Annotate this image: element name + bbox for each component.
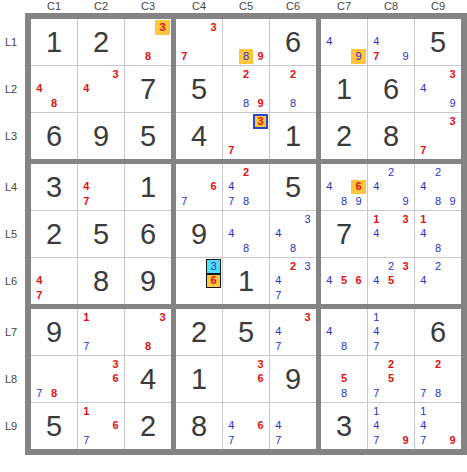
given-digit: 3 xyxy=(321,403,367,449)
cell-L9C9[interactable]: 1479 xyxy=(415,403,461,449)
cell-L8C8[interactable]: 257 xyxy=(368,356,414,402)
cell-L3C8[interactable]: 8 xyxy=(368,113,414,159)
sudoku-board: 1238483476953789652892843714947951634928… xyxy=(25,13,467,455)
candidate-4[interactable]: 4 xyxy=(79,82,94,97)
candidate-7[interactable]: 7 xyxy=(79,194,94,209)
cell-L4C7[interactable]: 4689 xyxy=(321,164,367,210)
cell-L3C1[interactable]: 6 xyxy=(31,113,77,159)
box-1-3: 494795163492837 xyxy=(321,19,461,159)
candidate-5[interactable]: 5 xyxy=(337,274,352,289)
candidate-grid: 36 xyxy=(223,356,269,402)
cell-L2C3[interactable]: 7 xyxy=(125,66,171,112)
candidate-6[interactable]: 6 xyxy=(206,274,221,289)
candidate-9[interactable]: 9 xyxy=(253,49,268,64)
given-digit: 1 xyxy=(31,19,77,65)
candidate-4[interactable]: 4 xyxy=(224,180,239,195)
row-label-L2: L2 xyxy=(5,83,17,95)
candidate-grid: 47 xyxy=(31,258,77,304)
given-digit: 1 xyxy=(321,66,367,112)
candidate-4[interactable]: 4 xyxy=(271,325,286,340)
candidate-grid: 67 xyxy=(176,164,222,210)
candidate-4[interactable]: 4 xyxy=(416,419,431,434)
given-digit: 5 xyxy=(415,19,461,65)
cell-L9C8[interactable]: 1479 xyxy=(368,403,414,449)
cell-L7C8[interactable]: 147 xyxy=(368,309,414,355)
cell-L1C8[interactable]: 479 xyxy=(368,19,414,65)
candidate-8[interactable]: 8 xyxy=(47,96,62,111)
cell-L2C2[interactable]: 34 xyxy=(78,66,124,112)
candidate-7[interactable]: 7 xyxy=(32,386,47,401)
candidate-grid: 249 xyxy=(368,164,414,210)
cell-L6C5[interactable]: 1 xyxy=(223,258,269,304)
candidate-2[interactable]: 2 xyxy=(384,165,399,180)
col-label-C5: C5 xyxy=(239,0,253,12)
candidate-grid: 289 xyxy=(223,66,269,112)
candidate-grid: 34 xyxy=(78,66,124,112)
given-digit: 6 xyxy=(368,66,414,112)
candidate-9[interactable]: 9 xyxy=(445,96,460,111)
candidate-9[interactable]: 9 xyxy=(445,433,460,448)
cell-L4C2[interactable]: 47 xyxy=(78,164,124,210)
candidate-5[interactable]: 5 xyxy=(384,274,399,289)
candidate-grid: 48 xyxy=(321,309,367,355)
candidate-grid: 347 xyxy=(270,309,316,355)
given-digit: 1 xyxy=(125,164,171,210)
candidate-7[interactable]: 7 xyxy=(177,194,192,209)
candidate-grid: 134 xyxy=(368,211,414,257)
candidate-8[interactable]: 8 xyxy=(239,96,254,111)
candidate-9[interactable]: 9 xyxy=(253,96,268,111)
given-digit: 1 xyxy=(270,113,316,159)
cell-L2C4[interactable]: 5 xyxy=(176,66,222,112)
cell-L5C1[interactable]: 2 xyxy=(31,211,77,257)
cell-L6C2[interactable]: 8 xyxy=(78,258,124,304)
given-digit: 2 xyxy=(31,211,77,257)
cell-L9C5[interactable]: 467 xyxy=(223,403,269,449)
cell-L2C7[interactable]: 1 xyxy=(321,66,367,112)
cell-L6C1[interactable]: 47 xyxy=(31,258,77,304)
given-digit: 2 xyxy=(125,403,171,449)
given-digit: 4 xyxy=(125,356,171,402)
cell-L7C7[interactable]: 48 xyxy=(321,309,367,355)
cell-L8C1[interactable]: 78 xyxy=(31,356,77,402)
candidate-grid: 2347 xyxy=(270,258,316,304)
candidate-8[interactable]: 8 xyxy=(239,241,254,256)
cell-L7C6[interactable]: 347 xyxy=(270,309,316,355)
candidate-3[interactable]: 3 xyxy=(253,114,268,129)
cell-L7C3[interactable]: 38 xyxy=(125,309,171,355)
candidate-grid: 36 xyxy=(78,356,124,402)
row-label-L3: L3 xyxy=(5,130,17,142)
cell-L3C6[interactable]: 1 xyxy=(270,113,316,159)
candidate-grid: 479 xyxy=(368,19,414,65)
candidate-2[interactable]: 2 xyxy=(286,259,301,274)
cell-L8C6[interactable]: 9 xyxy=(270,356,316,402)
candidate-4[interactable]: 4 xyxy=(369,227,384,242)
given-digit: 3 xyxy=(31,164,77,210)
cell-L4C9[interactable]: 2489 xyxy=(415,164,461,210)
candidate-grid: 348 xyxy=(270,211,316,257)
candidate-grid: 58 xyxy=(321,356,367,402)
given-digit: 8 xyxy=(176,403,222,449)
cell-L5C3[interactable]: 6 xyxy=(125,211,171,257)
candidate-4[interactable]: 4 xyxy=(224,419,239,434)
candidate-3[interactable]: 3 xyxy=(300,212,315,227)
cell-L5C8[interactable]: 134 xyxy=(368,211,414,257)
cell-L6C8[interactable]: 2345 xyxy=(368,258,414,304)
candidate-grid: 38 xyxy=(125,309,171,355)
given-digit: 7 xyxy=(321,211,367,257)
candidate-2[interactable]: 2 xyxy=(239,67,254,82)
candidate-8[interactable]: 8 xyxy=(286,96,301,111)
candidate-3[interactable]: 3 xyxy=(108,67,123,82)
row-label-L8: L8 xyxy=(5,373,17,385)
cell-L4C4[interactable]: 67 xyxy=(176,164,222,210)
given-digit: 9 xyxy=(270,356,316,402)
candidate-3[interactable]: 3 xyxy=(445,67,460,82)
candidate-7[interactable]: 7 xyxy=(416,386,431,401)
candidate-4[interactable]: 4 xyxy=(369,419,384,434)
candidate-7[interactable]: 7 xyxy=(224,194,239,209)
candidate-8[interactable]: 8 xyxy=(431,241,446,256)
candidate-4[interactable]: 4 xyxy=(322,35,337,50)
candidate-3[interactable]: 3 xyxy=(206,259,221,274)
cell-L2C5[interactable]: 289 xyxy=(223,66,269,112)
candidate-4[interactable]: 4 xyxy=(322,325,337,340)
box-2-1: 34712564789 xyxy=(31,164,171,304)
candidate-4[interactable]: 4 xyxy=(271,274,286,289)
given-digit: 1 xyxy=(223,258,269,304)
candidate-grid: 89 xyxy=(223,19,269,65)
row-label-L9: L9 xyxy=(5,420,17,432)
candidate-8[interactable]: 8 xyxy=(239,194,254,209)
given-digit: 6 xyxy=(415,309,461,355)
candidate-grid: 37 xyxy=(415,113,461,159)
candidate-1[interactable]: 1 xyxy=(369,212,384,227)
cell-L3C7[interactable]: 2 xyxy=(321,113,367,159)
candidate-3[interactable]: 3 xyxy=(253,357,268,372)
candidate-7[interactable]: 7 xyxy=(369,49,384,64)
cell-L3C9[interactable]: 37 xyxy=(415,113,461,159)
candidate-2[interactable]: 2 xyxy=(431,357,446,372)
candidate-grid: 78 xyxy=(31,356,77,402)
candidate-9[interactable]: 9 xyxy=(398,49,413,64)
given-digit: 6 xyxy=(31,113,77,159)
given-digit: 2 xyxy=(78,19,124,65)
candidate-grid: 278 xyxy=(415,356,461,402)
given-digit: 9 xyxy=(31,309,77,355)
cell-L1C5[interactable]: 89 xyxy=(223,19,269,65)
cell-L8C7[interactable]: 58 xyxy=(321,356,367,402)
candidate-7[interactable]: 7 xyxy=(271,288,286,303)
candidate-9[interactable]: 9 xyxy=(445,194,460,209)
candidate-4[interactable]: 4 xyxy=(416,82,431,97)
candidate-7[interactable]: 7 xyxy=(369,433,384,448)
candidate-8[interactable]: 8 xyxy=(286,241,301,256)
box-3-1: 917387836451672 xyxy=(31,309,171,449)
row-label-L1: L1 xyxy=(5,36,17,48)
given-digit: 5 xyxy=(270,164,316,210)
given-digit: 5 xyxy=(176,66,222,112)
candidate-grid: 257 xyxy=(368,356,414,402)
candidate-7[interactable]: 7 xyxy=(79,433,94,448)
candidate-4[interactable]: 4 xyxy=(271,227,286,242)
candidate-7[interactable]: 7 xyxy=(224,433,239,448)
box-2-3: 468924924897134148456234524 xyxy=(321,164,461,304)
cell-L6C3[interactable]: 9 xyxy=(125,258,171,304)
candidate-1[interactable]: 1 xyxy=(416,212,431,227)
candidate-3[interactable]: 3 xyxy=(398,212,413,227)
candidate-grid: 36 xyxy=(176,258,222,304)
candidate-grid: 4689 xyxy=(321,164,367,210)
candidate-3[interactable]: 3 xyxy=(206,20,221,35)
cell-L1C6[interactable]: 6 xyxy=(270,19,316,65)
candidate-grid: 47 xyxy=(78,164,124,210)
given-digit: 9 xyxy=(78,113,124,159)
col-label-C2: C2 xyxy=(94,0,108,12)
candidate-grid: 2489 xyxy=(415,164,461,210)
candidate-9[interactable]: 9 xyxy=(398,194,413,209)
cell-L8C9[interactable]: 278 xyxy=(415,356,461,402)
candidate-1[interactable]: 1 xyxy=(79,310,94,325)
cell-L3C5[interactable]: 37 xyxy=(223,113,269,159)
candidate-4[interactable]: 4 xyxy=(369,35,384,50)
box-3-2: 253471369846747 xyxy=(176,309,316,449)
given-digit: 6 xyxy=(270,19,316,65)
candidate-8[interactable]: 8 xyxy=(337,386,352,401)
candidate-7[interactable]: 7 xyxy=(79,339,94,354)
candidate-4[interactable]: 4 xyxy=(416,180,431,195)
cell-L6C6[interactable]: 2347 xyxy=(270,258,316,304)
cell-L1C2[interactable]: 2 xyxy=(78,19,124,65)
cell-L6C9[interactable]: 24 xyxy=(415,258,461,304)
box-2-2: 67247859483483612347 xyxy=(176,164,316,304)
candidate-6[interactable]: 6 xyxy=(108,419,123,434)
col-label-C6: C6 xyxy=(286,0,300,12)
cell-L4C6[interactable]: 5 xyxy=(270,164,316,210)
candidate-6[interactable]: 6 xyxy=(253,372,268,387)
candidate-grid: 467 xyxy=(223,403,269,449)
candidate-8[interactable]: 8 xyxy=(337,194,352,209)
given-digit: 5 xyxy=(31,403,77,449)
cell-L1C1[interactable]: 1 xyxy=(31,19,77,65)
cell-L3C2[interactable]: 9 xyxy=(78,113,124,159)
candidate-grid: 1479 xyxy=(368,403,414,449)
candidate-grid: 47 xyxy=(270,403,316,449)
candidate-6[interactable]: 6 xyxy=(108,372,123,387)
cell-L9C6[interactable]: 47 xyxy=(270,403,316,449)
cell-L5C9[interactable]: 148 xyxy=(415,211,461,257)
candidate-7[interactable]: 7 xyxy=(416,143,431,158)
given-digit: 5 xyxy=(223,309,269,355)
candidate-8[interactable]: 8 xyxy=(431,194,446,209)
col-label-C7: C7 xyxy=(337,0,351,12)
candidate-grid: 24 xyxy=(415,258,461,304)
cell-L7C5[interactable]: 5 xyxy=(223,309,269,355)
box-3-3: 48147658257278314791479 xyxy=(321,309,461,449)
candidate-1[interactable]: 1 xyxy=(79,404,94,419)
box-1-1: 123848347695 xyxy=(31,19,171,159)
candidate-4[interactable]: 4 xyxy=(322,274,337,289)
candidate-2[interactable]: 2 xyxy=(431,259,446,274)
cell-L2C9[interactable]: 349 xyxy=(415,66,461,112)
cell-L9C4[interactable]: 8 xyxy=(176,403,222,449)
candidate-4[interactable]: 4 xyxy=(79,180,94,195)
given-digit: 2 xyxy=(321,113,367,159)
candidate-9[interactable]: 9 xyxy=(351,49,366,64)
row-label-L7: L7 xyxy=(5,326,17,338)
cell-L8C2[interactable]: 36 xyxy=(78,356,124,402)
candidate-4[interactable]: 4 xyxy=(322,180,337,195)
candidate-7[interactable]: 7 xyxy=(416,433,431,448)
cell-L2C1[interactable]: 48 xyxy=(31,66,77,112)
row-label-L6: L6 xyxy=(5,275,17,287)
cell-L5C5[interactable]: 48 xyxy=(223,211,269,257)
candidate-4[interactable]: 4 xyxy=(32,82,47,97)
candidate-grid: 2345 xyxy=(368,258,414,304)
candidate-2[interactable]: 2 xyxy=(384,357,399,372)
col-label-C8: C8 xyxy=(384,0,398,12)
candidate-3[interactable]: 3 xyxy=(155,20,170,35)
candidate-grid: 17 xyxy=(78,309,124,355)
candidate-grid: 2478 xyxy=(223,164,269,210)
cell-L5C2[interactable]: 5 xyxy=(78,211,124,257)
candidate-1[interactable]: 1 xyxy=(369,310,384,325)
candidate-1[interactable]: 1 xyxy=(416,404,431,419)
col-label-C3: C3 xyxy=(141,0,155,12)
cell-L2C8[interactable]: 6 xyxy=(368,66,414,112)
row-label-L5: L5 xyxy=(5,228,17,240)
cell-L9C7[interactable]: 3 xyxy=(321,403,367,449)
given-digit: 8 xyxy=(78,258,124,304)
candidate-7[interactable]: 7 xyxy=(271,433,286,448)
candidate-4[interactable]: 4 xyxy=(369,180,384,195)
candidate-grid: 167 xyxy=(78,403,124,449)
cell-L5C7[interactable]: 7 xyxy=(321,211,367,257)
cell-L6C4[interactable]: 36 xyxy=(176,258,222,304)
candidate-grid: 147 xyxy=(368,309,414,355)
cell-L3C4[interactable]: 4 xyxy=(176,113,222,159)
candidate-8[interactable]: 8 xyxy=(239,49,254,64)
candidate-9[interactable]: 9 xyxy=(351,194,366,209)
candidate-grid: 28 xyxy=(270,66,316,112)
candidate-3[interactable]: 3 xyxy=(398,259,413,274)
candidate-grid: 38 xyxy=(125,19,171,65)
col-label-C9: C9 xyxy=(431,0,445,12)
candidate-grid: 37 xyxy=(223,113,269,159)
candidate-grid: 49 xyxy=(321,19,367,65)
cell-L9C3[interactable]: 2 xyxy=(125,403,171,449)
cell-L5C4[interactable]: 9 xyxy=(176,211,222,257)
candidate-3[interactable]: 3 xyxy=(155,310,170,325)
candidate-5[interactable]: 5 xyxy=(384,372,399,387)
cell-L4C8[interactable]: 249 xyxy=(368,164,414,210)
candidate-3[interactable]: 3 xyxy=(108,357,123,372)
candidate-6[interactable]: 6 xyxy=(351,274,366,289)
candidate-6[interactable]: 6 xyxy=(351,180,366,195)
candidate-8[interactable]: 8 xyxy=(47,386,62,401)
cell-L9C2[interactable]: 167 xyxy=(78,403,124,449)
candidate-7[interactable]: 7 xyxy=(369,339,384,354)
row-label-L4: L4 xyxy=(5,181,17,193)
given-digit: 7 xyxy=(125,66,171,112)
candidate-2[interactable]: 2 xyxy=(239,165,254,180)
cell-L4C1[interactable]: 3 xyxy=(31,164,77,210)
cell-L1C3[interactable]: 38 xyxy=(125,19,171,65)
candidate-1[interactable]: 1 xyxy=(369,404,384,419)
candidate-7[interactable]: 7 xyxy=(369,386,384,401)
cell-L7C4[interactable]: 2 xyxy=(176,309,222,355)
cell-L6C7[interactable]: 456 xyxy=(321,258,367,304)
candidate-8[interactable]: 8 xyxy=(337,339,352,354)
candidate-2[interactable]: 2 xyxy=(286,67,301,82)
candidate-7[interactable]: 7 xyxy=(224,144,239,159)
given-digit: 8 xyxy=(368,113,414,159)
candidate-5[interactable]: 5 xyxy=(337,372,352,387)
candidate-4[interactable]: 4 xyxy=(32,274,47,289)
cell-L1C4[interactable]: 37 xyxy=(176,19,222,65)
given-digit: 2 xyxy=(176,309,222,355)
cell-L3C3[interactable]: 5 xyxy=(125,113,171,159)
cell-L7C2[interactable]: 17 xyxy=(78,309,124,355)
given-digit: 6 xyxy=(125,211,171,257)
cell-L9C1[interactable]: 5 xyxy=(31,403,77,449)
candidate-2[interactable]: 2 xyxy=(384,259,399,274)
candidate-4[interactable]: 4 xyxy=(271,419,286,434)
cell-L1C7[interactable]: 49 xyxy=(321,19,367,65)
cell-L5C6[interactable]: 348 xyxy=(270,211,316,257)
candidate-7[interactable]: 7 xyxy=(271,339,286,354)
candidate-4[interactable]: 4 xyxy=(369,325,384,340)
candidate-8[interactable]: 8 xyxy=(141,339,156,354)
given-digit: 4 xyxy=(176,113,222,159)
candidate-grid: 37 xyxy=(176,19,222,65)
candidate-grid: 456 xyxy=(321,258,367,304)
cell-L8C4[interactable]: 1 xyxy=(176,356,222,402)
cell-L4C5[interactable]: 2478 xyxy=(223,164,269,210)
given-digit: 9 xyxy=(125,258,171,304)
candidate-grid: 48 xyxy=(31,66,77,112)
candidate-2[interactable]: 2 xyxy=(431,165,446,180)
given-digit: 5 xyxy=(125,113,171,159)
cell-L2C6[interactable]: 28 xyxy=(270,66,316,112)
cell-L1C9[interactable]: 5 xyxy=(415,19,461,65)
candidate-4[interactable]: 4 xyxy=(416,274,431,289)
cell-L4C3[interactable]: 1 xyxy=(125,164,171,210)
candidate-7[interactable]: 7 xyxy=(177,49,192,64)
candidate-4[interactable]: 4 xyxy=(369,274,384,289)
cell-L7C1[interactable]: 9 xyxy=(31,309,77,355)
cell-L8C3[interactable]: 4 xyxy=(125,356,171,402)
candidate-3[interactable]: 3 xyxy=(300,259,315,274)
candidate-6[interactable]: 6 xyxy=(206,180,221,195)
candidate-4[interactable]: 4 xyxy=(416,227,431,242)
cell-L8C5[interactable]: 36 xyxy=(223,356,269,402)
given-digit: 5 xyxy=(78,211,124,257)
candidate-3[interactable]: 3 xyxy=(445,114,460,129)
col-label-C4: C4 xyxy=(192,0,206,12)
candidate-grid: 48 xyxy=(223,211,269,257)
candidate-3[interactable]: 3 xyxy=(300,310,315,325)
candidate-4[interactable]: 4 xyxy=(224,227,239,242)
cell-L7C9[interactable]: 6 xyxy=(415,309,461,355)
candidate-7[interactable]: 7 xyxy=(32,288,47,303)
candidate-8[interactable]: 8 xyxy=(431,386,446,401)
candidate-8[interactable]: 8 xyxy=(141,49,156,64)
candidate-6[interactable]: 6 xyxy=(253,419,268,434)
candidate-grid: 1479 xyxy=(415,403,461,449)
candidate-9[interactable]: 9 xyxy=(398,433,413,448)
